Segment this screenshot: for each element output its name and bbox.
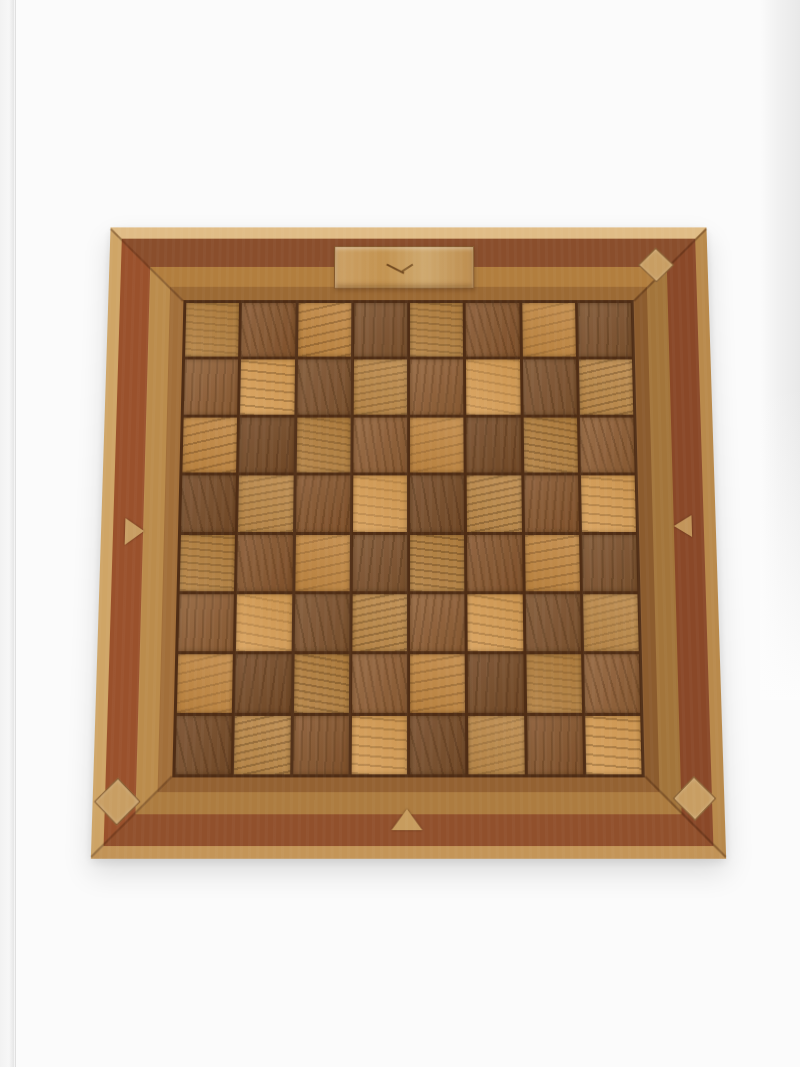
square-h1 (585, 716, 642, 775)
plate-scratch-mark-2 (402, 264, 414, 272)
square-f4 (467, 534, 522, 591)
square-e4 (410, 534, 465, 591)
square-f8 (466, 303, 520, 357)
square-g7 (522, 360, 576, 415)
square-e8 (410, 303, 463, 357)
square-c1 (293, 716, 349, 775)
square-e2 (410, 654, 465, 712)
square-h7 (579, 360, 634, 415)
square-d3 (352, 594, 407, 651)
square-g8 (522, 303, 576, 357)
square-f7 (466, 360, 520, 415)
product-photo (0, 0, 800, 1067)
square-f1 (468, 716, 524, 775)
square-b5 (238, 476, 293, 532)
square-c6 (296, 417, 350, 472)
square-d6 (353, 417, 407, 472)
square-a3 (178, 594, 234, 651)
square-g4 (525, 534, 580, 591)
backdrop-seam-left (0, 0, 16, 1067)
square-c8 (298, 303, 352, 357)
mahogany-frame-band (104, 239, 714, 846)
square-a6 (182, 417, 237, 472)
square-d4 (352, 534, 407, 591)
square-h4 (582, 534, 638, 591)
square-c5 (296, 476, 351, 532)
square-h8 (578, 303, 632, 357)
square-e6 (410, 417, 464, 472)
square-c4 (295, 534, 350, 591)
square-b4 (237, 534, 292, 591)
square-c7 (297, 360, 351, 415)
square-b7 (240, 360, 294, 415)
square-f3 (468, 594, 523, 651)
square-h3 (583, 594, 639, 651)
square-c2 (293, 654, 349, 712)
square-c3 (294, 594, 349, 651)
square-b8 (241, 303, 295, 357)
game-board (91, 227, 726, 858)
square-e3 (410, 594, 465, 651)
outer-bevel-frame (91, 227, 726, 858)
square-g1 (527, 716, 583, 775)
square-h6 (580, 417, 635, 472)
mid-marker-right-triangle (674, 515, 693, 537)
square-g6 (523, 417, 578, 472)
square-a4 (180, 534, 236, 591)
square-g5 (524, 476, 579, 532)
square-a8 (185, 303, 239, 357)
mid-marker-left-triangle (125, 518, 145, 545)
square-b6 (239, 417, 294, 472)
square-f2 (468, 654, 524, 712)
square-b1 (234, 716, 290, 775)
inner-brown-border (158, 287, 660, 792)
square-g3 (525, 594, 581, 651)
square-e7 (410, 360, 464, 415)
square-f6 (467, 417, 521, 472)
square-d1 (351, 716, 407, 775)
square-a5 (181, 476, 236, 532)
inner-tan-band (135, 267, 681, 814)
backdrop-shade-right (760, 0, 800, 700)
square-e5 (410, 476, 464, 532)
square-a1 (175, 716, 232, 775)
mid-marker-bottom-triangle (392, 809, 423, 830)
square-d2 (352, 654, 407, 712)
square-e1 (410, 716, 466, 775)
square-g2 (526, 654, 582, 712)
square-d5 (353, 476, 407, 532)
top-center-plate (334, 246, 474, 289)
square-d8 (354, 303, 407, 357)
square-a2 (177, 654, 233, 712)
square-b2 (235, 654, 291, 712)
square-h2 (584, 654, 640, 712)
square-d7 (353, 360, 407, 415)
square-f5 (467, 476, 522, 532)
square-h5 (581, 476, 636, 532)
square-a7 (184, 360, 239, 415)
checkerboard-grid (172, 300, 644, 777)
square-b3 (236, 594, 292, 651)
